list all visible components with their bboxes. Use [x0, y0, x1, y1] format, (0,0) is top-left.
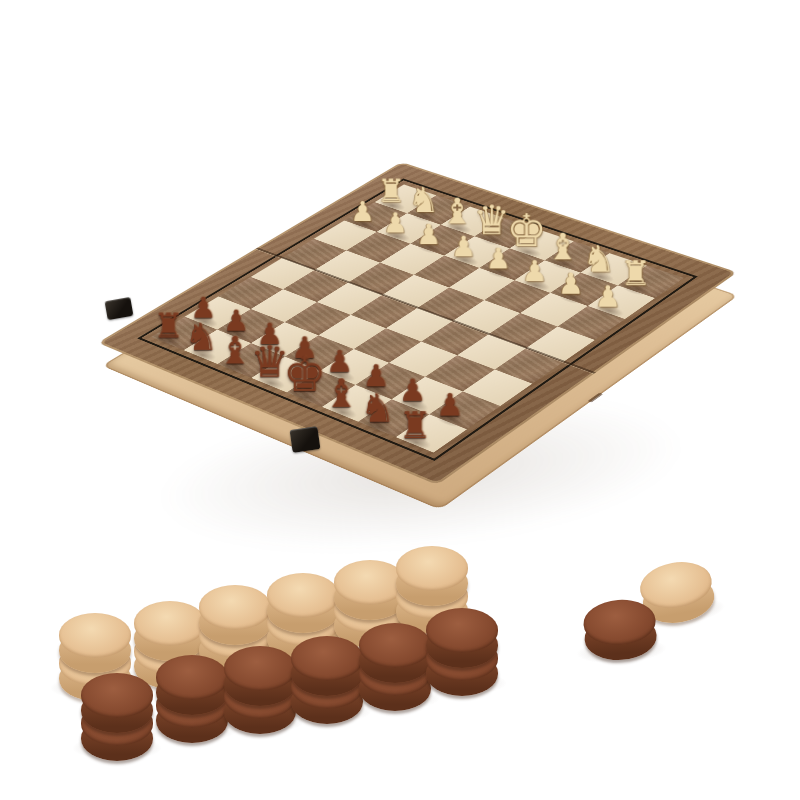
checker-top: [267, 573, 339, 618]
checker-top: [59, 613, 131, 658]
light-checker: [59, 613, 131, 673]
dark-checker: [156, 655, 228, 715]
checker-top: [359, 623, 431, 668]
piece-glyph: ♜: [372, 407, 459, 444]
dark-checker-stack: [582, 597, 654, 602]
dark-checker: [582, 597, 658, 662]
rim-fold-notch: [588, 392, 604, 402]
checker-top: [396, 546, 468, 591]
piece-glyph: ♟: [568, 282, 649, 311]
dark-checker: [426, 608, 498, 668]
checker-top: [426, 608, 498, 653]
checker-top: [81, 673, 153, 718]
dark-checker: [81, 673, 153, 733]
checker-top: [156, 655, 228, 700]
dark-checker: [224, 646, 296, 706]
checker-top: [224, 646, 296, 691]
checker-top: [134, 601, 206, 646]
light-checker: [396, 546, 468, 606]
clasp-latch-front-icon: [290, 426, 321, 453]
product-photo: ♜♞♝♛♚♝♞♜♟♟♟♟♟♟♟♟♟♟♟♟♟♟♟♟♜♞♝♛♚♝♞♜: [0, 0, 800, 800]
light-checker-stack: [637, 557, 708, 570]
checker-top: [199, 585, 271, 630]
chess-board: ♜♞♝♛♚♝♞♜♟♟♟♟♟♟♟♟♟♟♟♟♟♟♟♟♜♞♝♛♚♝♞♜: [166, 56, 668, 558]
checker-top: [291, 636, 363, 681]
